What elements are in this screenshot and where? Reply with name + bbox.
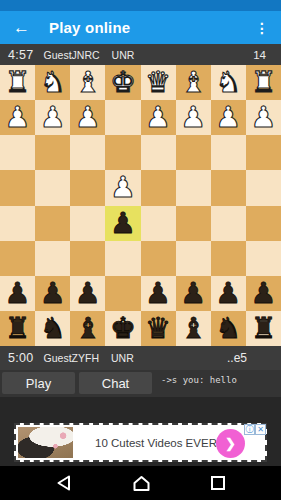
board-square[interactable]: ♟ [0,100,35,135]
white-p-piece: ♟ [5,100,31,135]
board-square[interactable]: ♟ [141,100,176,135]
board-square[interactable]: ♝ [176,65,211,100]
board-square[interactable] [70,241,105,276]
white-q-piece: ♛ [145,65,171,100]
board-square[interactable] [141,206,176,241]
board-square[interactable]: ♟ [105,170,140,205]
board-square[interactable]: ♛ [141,311,176,346]
app-screen: ← Play online ⋮ 4:57 GuestJNRC UNR 14 ♜♞… [0,0,281,500]
white-r-piece: ♜ [250,65,276,100]
white-p-piece: ♟ [215,100,241,135]
board-square[interactable]: ♞ [35,311,70,346]
board-square[interactable] [35,170,70,205]
board-square[interactable] [211,170,246,205]
nav-home-icon[interactable] [132,475,151,492]
board-square[interactable] [70,206,105,241]
white-p-piece: ♟ [40,100,66,135]
board-square[interactable] [105,241,140,276]
player-info-bar: 5:00 GuestZYFH UNR ..e5 [0,346,281,370]
board-square[interactable] [0,241,35,276]
ad-banner[interactable]: 10 Cutest Videos EVER ❯ ⓘ ✕ [14,423,267,462]
black-p-piece: ♟ [110,206,136,241]
ad-thumbnail-image [18,427,73,458]
adchoices-info-icon[interactable]: ⓘ [244,424,255,435]
board-square[interactable]: ♟ [176,276,211,311]
board-square[interactable] [176,206,211,241]
board-square[interactable] [141,135,176,170]
board-square[interactable] [211,241,246,276]
board-square[interactable]: ♟ [0,276,35,311]
nav-recents-icon[interactable] [210,475,226,491]
board-square[interactable] [141,170,176,205]
black-p-piece: ♟ [145,276,171,311]
chess-board[interactable]: ♜♞♝♚♛♝♞♜♟♟♟♟♟♟♟♟♟♟♟♟♟♟♟♟♜♞♝♚♛♝♞♜ [0,65,281,346]
ad-badges: ⓘ ✕ [244,424,266,435]
page-title: Play online [49,19,130,36]
back-arrow-icon[interactable]: ← [13,19,30,36]
white-b-piece: ♝ [75,65,101,100]
board-square[interactable]: ♟ [35,100,70,135]
last-move-label: ..e5 [227,351,247,365]
board-square[interactable]: ♞ [211,65,246,100]
opponent-clock: 4:57 [8,48,34,62]
board-square[interactable] [105,276,140,311]
board-square[interactable] [105,135,140,170]
board-square[interactable]: ♟ [141,276,176,311]
white-n-piece: ♞ [215,65,241,100]
board-square[interactable]: ♞ [35,65,70,100]
black-n-piece: ♞ [215,311,241,346]
board-square[interactable] [246,170,281,205]
board-square[interactable]: ♝ [176,311,211,346]
white-p-piece: ♟ [180,100,206,135]
black-b-piece: ♝ [75,311,101,346]
black-p-piece: ♟ [5,276,31,311]
black-p-piece: ♟ [180,276,206,311]
ad-close-icon[interactable]: ✕ [255,424,266,435]
board-square[interactable]: ♝ [70,311,105,346]
board-square[interactable] [141,241,176,276]
chat-message: ->s you: hello [161,375,237,385]
opponent-right-info: 14 [253,49,266,61]
status-bar [0,0,281,11]
board-square[interactable] [70,135,105,170]
board-square[interactable] [176,241,211,276]
board-square[interactable]: ♜ [0,311,35,346]
board-square[interactable] [246,135,281,170]
board-square[interactable]: ♛ [141,65,176,100]
black-r-piece: ♜ [250,311,276,346]
board-square[interactable]: ♟ [35,276,70,311]
controls-row: Play Chat ->s you: hello [0,370,281,397]
board-square[interactable]: ♟ [211,100,246,135]
board-square[interactable]: ♜ [0,65,35,100]
board-square[interactable] [105,100,140,135]
chat-button[interactable]: Chat [79,372,152,394]
board-square[interactable]: ♟ [246,276,281,311]
black-p-piece: ♟ [250,276,276,311]
board-square[interactable]: ♟ [176,100,211,135]
board-square[interactable] [35,241,70,276]
board-square[interactable] [176,135,211,170]
board-square[interactable]: ♟ [105,206,140,241]
board-square[interactable] [0,170,35,205]
board-square[interactable]: ♜ [246,65,281,100]
play-button[interactable]: Play [2,372,75,394]
black-r-piece: ♜ [5,311,31,346]
black-k-piece: ♚ [110,311,136,346]
ad-chevron-button[interactable]: ❯ [216,429,245,458]
board-square[interactable]: ♟ [70,276,105,311]
board-square[interactable]: ♝ [70,65,105,100]
board-square[interactable] [211,135,246,170]
black-p-piece: ♟ [215,276,241,311]
app-bar: ← Play online ⋮ [0,11,281,44]
board-square[interactable] [176,170,211,205]
white-b-piece: ♝ [180,65,206,100]
ad-section: 10 Cutest Videos EVER ❯ ⓘ ✕ [0,397,281,466]
board-square[interactable]: ♜ [246,311,281,346]
white-p-piece: ♟ [75,100,101,135]
white-k-piece: ♚ [110,65,136,100]
android-navbar [0,466,281,500]
board-square[interactable]: ♚ [105,311,140,346]
overflow-menu-icon[interactable]: ⋮ [255,21,269,35]
board-square[interactable] [70,170,105,205]
black-b-piece: ♝ [180,311,206,346]
white-p-piece: ♟ [110,170,136,205]
nav-back-icon[interactable] [55,474,72,492]
board-square[interactable] [0,135,35,170]
player-rating: UNR [111,352,134,364]
white-n-piece: ♞ [40,65,66,100]
player-name: GuestZYFH [44,352,99,364]
board-square[interactable]: ♟ [246,100,281,135]
board-square[interactable]: ♟ [211,276,246,311]
board-square[interactable] [0,206,35,241]
opponent-name: GuestJNRC [44,49,100,61]
player-clock: 5:00 [8,351,34,365]
board-square[interactable] [246,206,281,241]
board-square[interactable] [211,206,246,241]
black-n-piece: ♞ [40,311,66,346]
board-square[interactable] [35,206,70,241]
white-r-piece: ♜ [5,65,31,100]
black-p-piece: ♟ [75,276,101,311]
black-p-piece: ♟ [40,276,66,311]
board-square[interactable]: ♚ [105,65,140,100]
white-p-piece: ♟ [250,100,276,135]
white-p-piece: ♟ [145,100,171,135]
opponent-rating: UNR [112,49,135,61]
board-square[interactable] [246,241,281,276]
board-square[interactable]: ♟ [70,100,105,135]
opponent-info-bar: 4:57 GuestJNRC UNR 14 [0,44,281,65]
board-square[interactable]: ♞ [211,311,246,346]
black-q-piece: ♛ [145,311,171,346]
board-square[interactable] [35,135,70,170]
